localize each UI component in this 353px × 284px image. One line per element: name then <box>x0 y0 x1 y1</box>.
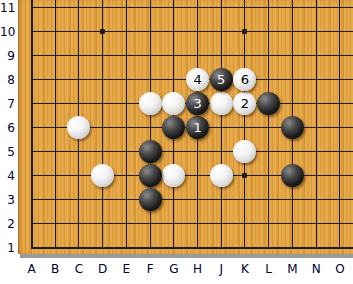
grid-line-v-L <box>268 0 269 249</box>
column-label-C: C <box>70 261 88 277</box>
column-label-B: B <box>46 261 64 277</box>
board-drop-shadow <box>20 254 353 258</box>
grid-line-h-11 <box>31 7 353 8</box>
grid-line-h-1 <box>31 247 353 249</box>
row-label-2: 2 <box>0 216 15 232</box>
go-diagram: 123456 1110987654321 ABCDEFGHJKLMNO <box>0 0 353 284</box>
black-stone-J8[interactable]: 5 <box>210 68 233 91</box>
grid-line-h-10 <box>31 31 353 32</box>
grid-line-v-O <box>339 0 340 249</box>
column-label-F: F <box>141 261 159 277</box>
white-stone-J7[interactable] <box>210 92 233 115</box>
move-number-3: 3 <box>193 97 201 110</box>
star-point-D10 <box>100 29 105 34</box>
black-stone-M6[interactable] <box>281 116 304 139</box>
row-label-1: 1 <box>0 240 15 256</box>
row-label-4: 4 <box>0 168 15 184</box>
grid-line-v-J <box>221 0 222 249</box>
grid-line-h-4 <box>31 175 353 176</box>
grid-line-h-5 <box>31 151 353 152</box>
move-number-2: 2 <box>241 97 249 110</box>
row-label-9: 9 <box>0 48 15 64</box>
move-number-6: 6 <box>241 73 249 86</box>
black-stone-F3[interactable] <box>139 188 162 211</box>
white-stone-J4[interactable] <box>210 164 233 187</box>
column-label-E: E <box>117 261 135 277</box>
grid-line-v-F <box>150 0 151 249</box>
white-stone-H8[interactable]: 4 <box>186 68 209 91</box>
grid-line-v-N <box>316 0 317 249</box>
row-label-6: 6 <box>0 120 15 136</box>
column-label-O: O <box>331 261 349 277</box>
column-label-M: M <box>283 261 301 277</box>
black-stone-F4[interactable] <box>139 164 162 187</box>
black-stone-F5[interactable] <box>139 140 162 163</box>
column-label-K: K <box>236 261 254 277</box>
move-number-4: 4 <box>193 73 201 86</box>
white-stone-D4[interactable] <box>91 164 114 187</box>
grid-line-h-9 <box>31 55 353 56</box>
column-label-G: G <box>165 261 183 277</box>
column-label-D: D <box>94 261 112 277</box>
column-label-N: N <box>307 261 325 277</box>
column-label-L: L <box>260 261 278 277</box>
black-stone-H7[interactable]: 3 <box>186 92 209 115</box>
grid-line-v-B <box>55 0 56 249</box>
black-stone-H6[interactable]: 1 <box>186 116 209 139</box>
grid-line-v-E <box>126 0 127 249</box>
star-point-K4 <box>242 173 247 178</box>
grid-line-h-2 <box>31 223 353 224</box>
star-point-K10 <box>242 29 247 34</box>
row-label-7: 7 <box>0 96 15 112</box>
column-label-A: A <box>23 261 41 277</box>
column-label-J: J <box>212 261 230 277</box>
grid-line-v-A <box>31 0 33 249</box>
row-label-8: 8 <box>0 72 15 88</box>
grid-line-v-D <box>102 0 103 249</box>
row-label-3: 3 <box>0 192 15 208</box>
row-label-10: 10 <box>0 24 15 40</box>
white-stone-F7[interactable] <box>139 92 162 115</box>
grid-line-h-3 <box>31 199 353 200</box>
row-label-5: 5 <box>0 144 15 160</box>
grid-line-v-K <box>244 0 245 249</box>
move-number-1: 1 <box>193 121 201 134</box>
row-label-11: 11 <box>0 0 15 16</box>
black-stone-M4[interactable] <box>281 164 304 187</box>
move-number-5: 5 <box>217 73 225 86</box>
column-label-H: H <box>189 261 207 277</box>
